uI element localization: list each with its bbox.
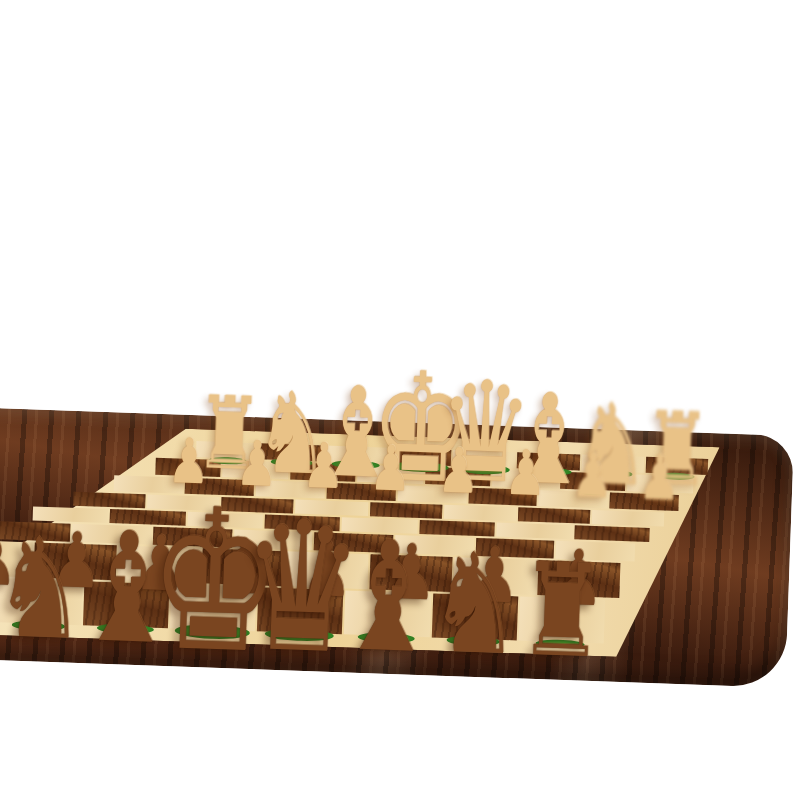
piece-black-bishop-c8[interactable]: ♝ xyxy=(334,521,441,676)
piece-white-pawn-d2[interactable]: ♟ xyxy=(436,439,480,502)
chess-board: ♜♞♝♚♛♝♞♜♟♟♟♟♟♟♟♟♟♟♟♟♟♟♟♟♜♞♝♚♛♝♞♜ xyxy=(0,0,800,799)
piece-white-pawn-e2[interactable]: ♟ xyxy=(369,437,413,500)
pieces-layer: ♜♞♝♚♛♝♞♜♟♟♟♟♟♟♟♟♟♟♟♟♟♟♟♟♜♞♝♚♛♝♞♜ xyxy=(19,0,800,13)
piece-white-pawn-c2[interactable]: ♟ xyxy=(503,442,547,505)
piece-white-pawn-b2[interactable]: ♟ xyxy=(571,444,615,507)
piece-black-knight-b8[interactable]: ♞ xyxy=(426,534,524,675)
piece-white-pawn-a2[interactable]: ♟ xyxy=(638,446,682,509)
chess-set-photo: ♜♞♝♚♛♝♞♜♟♟♟♟♟♟♟♟♟♟♟♟♟♟♟♟♜♞♝♚♛♝♞♜ xyxy=(0,0,800,799)
board-squares-layer xyxy=(19,0,800,13)
piece-black-rook-a8[interactable]: ♜ xyxy=(516,545,606,676)
